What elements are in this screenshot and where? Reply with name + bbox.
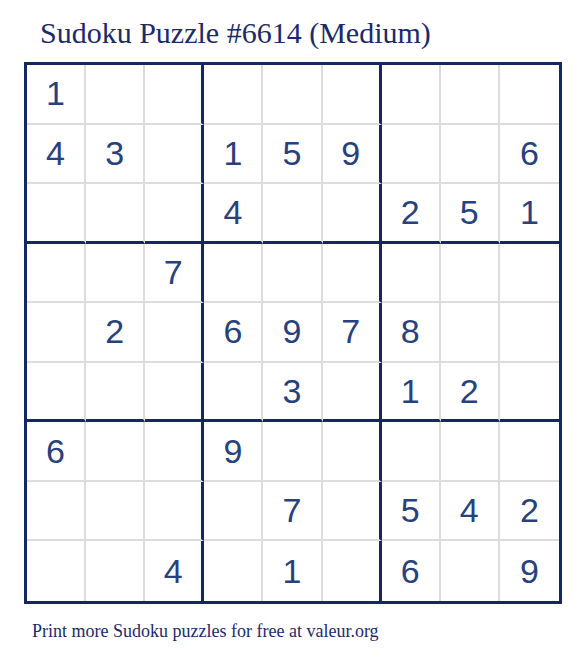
cell-r2c5[interactable]: 5 — [263, 125, 322, 185]
footer-text: Print more Sudoku puzzles for free at va… — [32, 620, 379, 642]
cell-r5c8[interactable] — [441, 303, 500, 363]
page: Sudoku Puzzle #6614 (Medium) 14315964251… — [0, 0, 574, 651]
sudoku-board: 143159642517269783126975424169 — [24, 62, 562, 604]
cell-r5c7[interactable]: 8 — [382, 303, 441, 363]
cell-r4c1[interactable] — [27, 244, 86, 304]
cell-r9c5[interactable]: 1 — [263, 541, 322, 601]
cell-r8c3[interactable] — [145, 482, 204, 542]
cell-r2c4[interactable]: 1 — [204, 125, 263, 185]
cell-r8c8[interactable]: 4 — [441, 482, 500, 542]
cell-r1c4[interactable] — [204, 65, 263, 125]
cell-r7c9[interactable] — [500, 422, 559, 482]
cell-r2c2[interactable]: 3 — [86, 125, 145, 185]
cell-r1c3[interactable] — [145, 65, 204, 125]
cell-r9c2[interactable] — [86, 541, 145, 601]
cell-r7c8[interactable] — [441, 422, 500, 482]
cell-r1c8[interactable] — [441, 65, 500, 125]
cell-r6c2[interactable] — [86, 363, 145, 423]
cell-r9c3[interactable]: 4 — [145, 541, 204, 601]
cell-r8c1[interactable] — [27, 482, 86, 542]
cell-r5c4[interactable]: 6 — [204, 303, 263, 363]
cell-r2c1[interactable]: 4 — [27, 125, 86, 185]
cell-r1c2[interactable] — [86, 65, 145, 125]
cell-r1c1[interactable]: 1 — [27, 65, 86, 125]
cell-r3c3[interactable] — [145, 184, 204, 244]
cell-r2c3[interactable] — [145, 125, 204, 185]
cell-r1c6[interactable] — [323, 65, 382, 125]
cell-r1c9[interactable] — [500, 65, 559, 125]
cell-r3c4[interactable]: 4 — [204, 184, 263, 244]
cell-r9c4[interactable] — [204, 541, 263, 601]
cell-r4c5[interactable] — [263, 244, 322, 304]
cell-r9c8[interactable] — [441, 541, 500, 601]
puzzle-title: Sudoku Puzzle #6614 (Medium) — [40, 16, 431, 50]
cell-r4c4[interactable] — [204, 244, 263, 304]
cell-r1c7[interactable] — [382, 65, 441, 125]
cell-r4c7[interactable] — [382, 244, 441, 304]
cell-r9c1[interactable] — [27, 541, 86, 601]
cell-r6c7[interactable]: 1 — [382, 363, 441, 423]
cell-r9c9[interactable]: 9 — [500, 541, 559, 601]
cell-r3c1[interactable] — [27, 184, 86, 244]
cell-r4c2[interactable] — [86, 244, 145, 304]
cell-r7c6[interactable] — [323, 422, 382, 482]
cell-r7c1[interactable]: 6 — [27, 422, 86, 482]
cell-r6c4[interactable] — [204, 363, 263, 423]
cell-r5c3[interactable] — [145, 303, 204, 363]
cell-r4c8[interactable] — [441, 244, 500, 304]
cell-r4c9[interactable] — [500, 244, 559, 304]
cell-r3c7[interactable]: 2 — [382, 184, 441, 244]
cell-r7c4[interactable]: 9 — [204, 422, 263, 482]
cell-r2c9[interactable]: 6 — [500, 125, 559, 185]
cell-r8c7[interactable]: 5 — [382, 482, 441, 542]
cell-r7c2[interactable] — [86, 422, 145, 482]
cell-r8c5[interactable]: 7 — [263, 482, 322, 542]
cell-r4c6[interactable] — [323, 244, 382, 304]
cell-r5c5[interactable]: 9 — [263, 303, 322, 363]
cell-r6c1[interactable] — [27, 363, 86, 423]
cell-r8c2[interactable] — [86, 482, 145, 542]
cell-r8c6[interactable] — [323, 482, 382, 542]
cell-r2c8[interactable] — [441, 125, 500, 185]
cell-r6c5[interactable]: 3 — [263, 363, 322, 423]
cell-r5c1[interactable] — [27, 303, 86, 363]
cell-r6c3[interactable] — [145, 363, 204, 423]
cell-r5c9[interactable] — [500, 303, 559, 363]
cell-r5c2[interactable]: 2 — [86, 303, 145, 363]
cell-r3c9[interactable]: 1 — [500, 184, 559, 244]
cell-r3c8[interactable]: 5 — [441, 184, 500, 244]
cell-r8c9[interactable]: 2 — [500, 482, 559, 542]
cell-r5c6[interactable]: 7 — [323, 303, 382, 363]
cell-r6c6[interactable] — [323, 363, 382, 423]
cell-r7c7[interactable] — [382, 422, 441, 482]
cell-r3c5[interactable] — [263, 184, 322, 244]
cell-r2c6[interactable]: 9 — [323, 125, 382, 185]
cell-r7c3[interactable] — [145, 422, 204, 482]
cell-r3c6[interactable] — [323, 184, 382, 244]
cell-r6c8[interactable]: 2 — [441, 363, 500, 423]
cell-r7c5[interactable] — [263, 422, 322, 482]
cell-r9c6[interactable] — [323, 541, 382, 601]
cell-r2c7[interactable] — [382, 125, 441, 185]
cell-r3c2[interactable] — [86, 184, 145, 244]
cell-r1c5[interactable] — [263, 65, 322, 125]
cell-r4c3[interactable]: 7 — [145, 244, 204, 304]
cell-r8c4[interactable] — [204, 482, 263, 542]
cell-r6c9[interactable] — [500, 363, 559, 423]
cell-r9c7[interactable]: 6 — [382, 541, 441, 601]
